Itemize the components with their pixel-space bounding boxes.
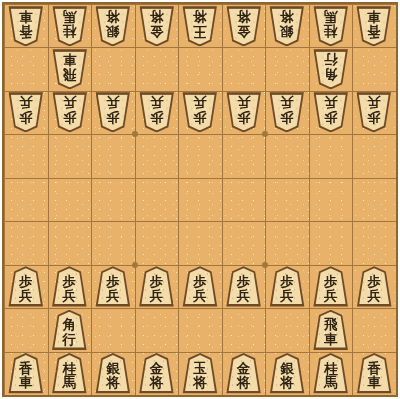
board-cell[interactable]: 桂馬	[48, 4, 92, 47]
piece-kanji: 歩	[324, 274, 338, 289]
piece-kanji: 兵	[19, 96, 33, 111]
piece-kanji: 玉	[193, 361, 207, 376]
board-cell[interactable]: 桂馬	[48, 352, 92, 395]
board-cell[interactable]: 歩兵	[352, 265, 396, 308]
board-cell[interactable]: 香車	[4, 4, 48, 47]
piece-kanji: 車	[367, 375, 381, 390]
board-cell[interactable]: 歩兵	[178, 91, 222, 134]
piece-kanji: 歩	[150, 111, 164, 126]
board-cell[interactable]: 飛車	[48, 47, 92, 90]
piece-face: 金将	[227, 8, 259, 44]
piece-kanji: 金	[150, 361, 164, 376]
piece-kanji: 飛	[63, 67, 77, 82]
board-cell[interactable]: 香車	[352, 352, 396, 395]
board-cell[interactable]	[352, 47, 396, 90]
piece-kanji: 兵	[324, 96, 338, 111]
piece-silver-sente[interactable]: 銀将	[268, 353, 305, 393]
piece-kanji: 車	[19, 375, 33, 390]
piece-kanji: 将	[106, 375, 120, 390]
piece-face: 飛車	[53, 51, 85, 87]
piece-gold-sente[interactable]: 金将	[225, 353, 262, 393]
board-cell[interactable]	[222, 134, 266, 177]
board-cell[interactable]	[48, 134, 92, 177]
piece-face: 銀将	[97, 355, 129, 391]
piece-lance-sente[interactable]: 香車	[7, 353, 44, 393]
piece-kanji: 香	[19, 24, 33, 39]
shogi-app-frame: 香車桂馬銀将金将王将金将銀将桂馬香車飛車角行歩兵歩兵歩兵歩兵歩兵歩兵歩兵歩兵歩兵…	[0, 0, 400, 399]
piece-kanji: 馬	[324, 375, 338, 390]
piece-knight-sente[interactable]: 桂馬	[51, 353, 88, 393]
board-cell[interactable]: 歩兵	[222, 265, 266, 308]
piece-kanji: 兵	[63, 96, 77, 111]
piece-kanji: 兵	[237, 96, 251, 111]
piece-kanji: 将	[150, 9, 164, 24]
piece-kanji: 将	[280, 9, 294, 24]
board-cell[interactable]	[135, 221, 179, 264]
board-cell[interactable]	[91, 134, 135, 177]
piece-rook-sente[interactable]: 飛車	[312, 310, 349, 350]
star-point	[132, 262, 138, 268]
board-cell[interactable]	[91, 308, 135, 351]
piece-bishop-sente[interactable]: 角行	[51, 310, 88, 350]
piece-face: 金将	[140, 8, 172, 44]
board-cell[interactable]	[222, 221, 266, 264]
piece-kanji: 歩	[106, 274, 120, 289]
piece-kanji: 将	[193, 375, 207, 390]
piece-pawn-gote[interactable]: 歩兵	[225, 92, 262, 132]
board-cell[interactable]	[178, 47, 222, 90]
piece-kanji: 桂	[63, 361, 77, 376]
board-cell[interactable]: 歩兵	[48, 265, 92, 308]
piece-pawn-gote[interactable]: 歩兵	[7, 92, 44, 132]
board-cell[interactable]: 歩兵	[222, 91, 266, 134]
piece-kanji: 歩	[106, 111, 120, 126]
piece-face: 香車	[358, 8, 390, 44]
piece-kanji: 王	[193, 24, 207, 39]
board-cell[interactable]	[4, 178, 48, 221]
board-cell[interactable]: 金将	[222, 4, 266, 47]
piece-kanji: 金	[237, 24, 251, 39]
board-cell[interactable]: 桂馬	[309, 4, 353, 47]
board-cell[interactable]	[309, 178, 353, 221]
board-cell[interactable]: 銀将	[265, 4, 309, 47]
piece-king-sente[interactable]: 玉将	[181, 353, 218, 393]
piece-kanji: 兵	[324, 288, 338, 303]
piece-gold-gote[interactable]: 金将	[138, 6, 175, 46]
board-cell[interactable]	[352, 178, 396, 221]
board-cell[interactable]: 銀将	[265, 352, 309, 395]
board-cell[interactable]	[135, 178, 179, 221]
piece-kanji: 兵	[106, 288, 120, 303]
board-cell[interactable]: 歩兵	[4, 91, 48, 134]
piece-face: 歩兵	[53, 95, 85, 131]
piece-face: 金将	[227, 355, 259, 391]
board-cell[interactable]	[352, 134, 396, 177]
piece-kanji: 銀	[106, 361, 120, 376]
piece-face: 桂馬	[314, 355, 346, 391]
piece-face: 歩兵	[10, 268, 42, 304]
piece-kanji: 将	[150, 375, 164, 390]
board-cell[interactable]	[178, 308, 222, 351]
piece-pawn-gote[interactable]: 歩兵	[355, 92, 392, 132]
piece-pawn-gote[interactable]: 歩兵	[94, 92, 131, 132]
piece-kanji: 歩	[19, 274, 33, 289]
piece-face: 歩兵	[140, 268, 172, 304]
piece-pawn-gote[interactable]: 歩兵	[138, 92, 175, 132]
piece-face: 歩兵	[314, 268, 346, 304]
piece-face: 角行	[314, 51, 346, 87]
piece-face: 香車	[358, 355, 390, 391]
piece-kanji: 兵	[63, 288, 77, 303]
board-cell[interactable]	[309, 221, 353, 264]
piece-pawn-sente[interactable]: 歩兵	[138, 266, 175, 306]
piece-face: 歩兵	[227, 268, 259, 304]
board-cell[interactable]	[352, 308, 396, 351]
board-cell[interactable]	[4, 308, 48, 351]
piece-kanji: 歩	[280, 274, 294, 289]
piece-pawn-gote[interactable]: 歩兵	[312, 92, 349, 132]
board-cell[interactable]	[222, 178, 266, 221]
piece-pawn-sente[interactable]: 歩兵	[312, 266, 349, 306]
piece-kanji: 歩	[237, 111, 251, 126]
piece-pawn-gote[interactable]: 歩兵	[268, 92, 305, 132]
piece-face: 歩兵	[314, 95, 346, 131]
piece-kanji: 将	[280, 375, 294, 390]
piece-kanji: 歩	[193, 274, 207, 289]
piece-kanji: 兵	[106, 96, 120, 111]
piece-face: 歩兵	[358, 268, 390, 304]
piece-face: 歩兵	[184, 268, 216, 304]
piece-kanji: 兵	[367, 96, 381, 111]
star-point	[132, 131, 138, 137]
piece-kanji: 行	[324, 53, 338, 68]
piece-face: 玉将	[184, 355, 216, 391]
piece-kanji: 歩	[237, 274, 251, 289]
piece-kanji: 金	[150, 24, 164, 39]
piece-kanji: 歩	[280, 111, 294, 126]
board-cell[interactable]	[178, 134, 222, 177]
board-cell[interactable]	[135, 134, 179, 177]
piece-kanji: 銀	[106, 24, 120, 39]
board-cell[interactable]: 銀将	[91, 352, 135, 395]
board-cell[interactable]: 玉将	[178, 352, 222, 395]
board-cell[interactable]: 桂馬	[309, 352, 353, 395]
piece-kanji: 兵	[280, 96, 294, 111]
piece-kanji: 角	[324, 67, 338, 82]
piece-kanji: 兵	[237, 288, 251, 303]
piece-pawn-sente[interactable]: 歩兵	[355, 266, 392, 306]
board-cell[interactable]: 歩兵	[91, 265, 135, 308]
piece-knight-gote[interactable]: 桂馬	[312, 6, 349, 46]
board-cell[interactable]: 歩兵	[309, 265, 353, 308]
board-cell[interactable]	[4, 134, 48, 177]
board-cell[interactable]: 歩兵	[178, 265, 222, 308]
piece-kanji: 歩	[367, 274, 381, 289]
piece-face: 歩兵	[53, 268, 85, 304]
piece-face: 桂馬	[314, 8, 346, 44]
board-cell[interactable]: 歩兵	[4, 265, 48, 308]
piece-kanji: 行	[63, 332, 77, 347]
board-cell[interactable]: 角行	[48, 308, 92, 351]
board-cell[interactable]: 歩兵	[91, 91, 135, 134]
piece-face: 香車	[10, 8, 42, 44]
board-cell[interactable]: 歩兵	[265, 91, 309, 134]
piece-kanji: 兵	[150, 288, 164, 303]
board-cell[interactable]	[178, 221, 222, 264]
piece-lance-sente[interactable]: 香車	[355, 353, 392, 393]
board-cell[interactable]	[265, 221, 309, 264]
piece-pawn-sente[interactable]: 歩兵	[225, 266, 262, 306]
board-cell[interactable]: 銀将	[91, 4, 135, 47]
piece-kanji: 将	[237, 9, 251, 24]
piece-kanji: 車	[63, 53, 77, 68]
board-cell[interactable]: 歩兵	[265, 265, 309, 308]
piece-kanji: 兵	[193, 288, 207, 303]
piece-kanji: 歩	[324, 111, 338, 126]
board-cell[interactable]: 金将	[135, 352, 179, 395]
board-cell[interactable]	[48, 178, 92, 221]
piece-kanji: 兵	[150, 96, 164, 111]
piece-kanji: 銀	[280, 361, 294, 376]
piece-pawn-sente[interactable]: 歩兵	[7, 266, 44, 306]
piece-kanji: 桂	[324, 361, 338, 376]
piece-kanji: 兵	[367, 288, 381, 303]
board-cell[interactable]	[352, 221, 396, 264]
piece-kanji: 飛	[324, 317, 338, 332]
piece-kanji: 車	[19, 9, 33, 24]
piece-face: 角行	[53, 312, 85, 348]
piece-face: 歩兵	[97, 95, 129, 131]
piece-kanji: 桂	[63, 24, 77, 39]
piece-pawn-sente[interactable]: 歩兵	[181, 266, 218, 306]
piece-kanji: 歩	[63, 111, 77, 126]
board-cell[interactable]	[222, 47, 266, 90]
piece-face: 歩兵	[140, 95, 172, 131]
piece-face: 銀将	[97, 8, 129, 44]
piece-face: 歩兵	[271, 95, 303, 131]
board-cell[interactable]	[135, 308, 179, 351]
board-cell[interactable]: 飛車	[309, 308, 353, 351]
piece-kanji: 香	[367, 361, 381, 376]
board-cell[interactable]	[91, 221, 135, 264]
board-cell[interactable]	[135, 47, 179, 90]
board-cell[interactable]: 金将	[222, 352, 266, 395]
piece-face: 銀将	[271, 355, 303, 391]
shogi-board: 香車桂馬銀将金将王将金将銀将桂馬香車飛車角行歩兵歩兵歩兵歩兵歩兵歩兵歩兵歩兵歩兵…	[2, 2, 398, 397]
piece-kanji: 馬	[324, 9, 338, 24]
piece-kanji: 歩	[367, 111, 381, 126]
board-cell[interactable]	[309, 134, 353, 177]
board-cell[interactable]: 金将	[135, 4, 179, 47]
piece-pawn-sente[interactable]: 歩兵	[51, 266, 88, 306]
piece-king-gote[interactable]: 王将	[181, 6, 218, 46]
piece-silver-sente[interactable]: 銀将	[94, 353, 131, 393]
star-point	[262, 131, 268, 137]
board-cell[interactable]	[91, 47, 135, 90]
board-cell[interactable]: 歩兵	[48, 91, 92, 134]
piece-face: 歩兵	[227, 95, 259, 131]
piece-kanji: 歩	[19, 111, 33, 126]
piece-face: 金将	[140, 355, 172, 391]
board-cell[interactable]: 香車	[4, 352, 48, 395]
piece-kanji: 馬	[63, 9, 77, 24]
board-cell[interactable]: 歩兵	[352, 91, 396, 134]
piece-kanji: 将	[237, 375, 251, 390]
piece-pawn-sente[interactable]: 歩兵	[94, 266, 131, 306]
piece-kanji: 香	[367, 24, 381, 39]
piece-pawn-gote[interactable]: 歩兵	[181, 92, 218, 132]
board-cell[interactable]	[265, 178, 309, 221]
board-cell[interactable]	[222, 308, 266, 351]
piece-kanji: 兵	[193, 96, 207, 111]
board-cell[interactable]: 王将	[178, 4, 222, 47]
piece-kanji: 金	[237, 361, 251, 376]
piece-silver-gote[interactable]: 銀将	[268, 6, 305, 46]
piece-face: 飛車	[314, 312, 346, 348]
board-cell[interactable]: 角行	[309, 47, 353, 90]
piece-lance-gote[interactable]: 香車	[355, 6, 392, 46]
piece-kanji: 歩	[193, 111, 207, 126]
board-cell[interactable]	[91, 178, 135, 221]
piece-kanji: 兵	[280, 288, 294, 303]
piece-kanji: 角	[63, 317, 77, 332]
board-cell[interactable]	[48, 221, 92, 264]
piece-kanji: 馬	[63, 375, 77, 390]
piece-knight-gote[interactable]: 桂馬	[51, 6, 88, 46]
piece-kanji: 歩	[63, 274, 77, 289]
piece-face: 歩兵	[10, 95, 42, 131]
piece-kanji: 車	[367, 9, 381, 24]
piece-pawn-gote[interactable]: 歩兵	[51, 92, 88, 132]
piece-kanji: 兵	[19, 288, 33, 303]
piece-pawn-sente[interactable]: 歩兵	[268, 266, 305, 306]
board-cell[interactable]	[178, 178, 222, 221]
piece-kanji: 桂	[324, 24, 338, 39]
piece-face: 香車	[10, 355, 42, 391]
board-cell[interactable]	[265, 47, 309, 90]
star-point	[262, 262, 268, 268]
board-grid: 香車桂馬銀将金将王将金将銀将桂馬香車飛車角行歩兵歩兵歩兵歩兵歩兵歩兵歩兵歩兵歩兵…	[4, 4, 396, 395]
piece-lance-gote[interactable]: 香車	[7, 6, 44, 46]
board-cell[interactable]	[265, 308, 309, 351]
piece-face: 歩兵	[358, 95, 390, 131]
piece-rook-gote[interactable]: 飛車	[51, 49, 88, 89]
piece-kanji: 歩	[150, 274, 164, 289]
board-cell[interactable]	[265, 134, 309, 177]
board-cell[interactable]	[4, 221, 48, 264]
piece-silver-gote[interactable]: 銀将	[94, 6, 131, 46]
board-cell[interactable]: 歩兵	[135, 91, 179, 134]
board-cell[interactable]: 歩兵	[135, 265, 179, 308]
piece-gold-sente[interactable]: 金将	[138, 353, 175, 393]
piece-face: 歩兵	[97, 268, 129, 304]
board-cell[interactable]	[4, 47, 48, 90]
piece-face: 歩兵	[184, 95, 216, 131]
piece-kanji: 銀	[280, 24, 294, 39]
piece-knight-sente[interactable]: 桂馬	[312, 353, 349, 393]
piece-kanji: 車	[324, 332, 338, 347]
piece-kanji: 将	[106, 9, 120, 24]
piece-gold-gote[interactable]: 金将	[225, 6, 262, 46]
board-cell[interactable]: 歩兵	[309, 91, 353, 134]
piece-face: 桂馬	[53, 8, 85, 44]
piece-face: 桂馬	[53, 355, 85, 391]
piece-bishop-gote[interactable]: 角行	[312, 49, 349, 89]
piece-face: 王将	[184, 8, 216, 44]
piece-face: 銀将	[271, 8, 303, 44]
board-cell[interactable]: 香車	[352, 4, 396, 47]
piece-kanji: 香	[19, 361, 33, 376]
piece-face: 歩兵	[271, 268, 303, 304]
piece-kanji: 将	[193, 9, 207, 24]
